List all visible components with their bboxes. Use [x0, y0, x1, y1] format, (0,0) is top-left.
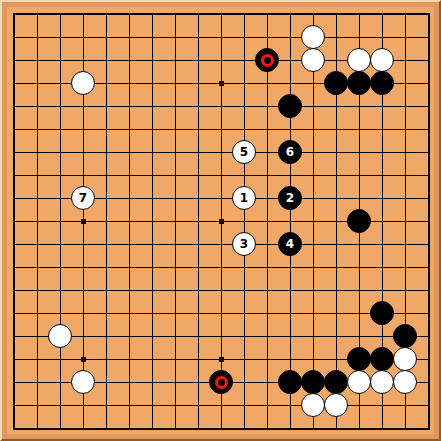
- move-number: 2: [286, 192, 294, 204]
- board-point: [417, 141, 440, 164]
- move-number: 3: [240, 238, 248, 250]
- circle-marker: [261, 54, 274, 67]
- board-point: [325, 302, 348, 325]
- move-number: 1: [240, 192, 248, 204]
- board-point: [118, 49, 141, 72]
- board-point: [26, 26, 49, 49]
- black-stone: [347, 209, 371, 233]
- board-point: [417, 394, 440, 417]
- board-point: 5: [233, 141, 256, 164]
- board-point: [325, 279, 348, 302]
- board-point: [348, 417, 371, 440]
- board-point: [49, 279, 72, 302]
- board-point: [187, 26, 210, 49]
- board-point: [26, 210, 49, 233]
- board-point: [302, 256, 325, 279]
- board-point: [141, 187, 164, 210]
- board-point: [118, 256, 141, 279]
- board-point: [164, 95, 187, 118]
- board-point: [118, 233, 141, 256]
- board-point: [118, 118, 141, 141]
- board-point: [187, 325, 210, 348]
- board-point: [164, 394, 187, 417]
- board-point: [49, 348, 72, 371]
- board-point: [233, 256, 256, 279]
- board-point: [302, 187, 325, 210]
- board-point: [371, 187, 394, 210]
- board-point: [325, 417, 348, 440]
- board-point: [371, 256, 394, 279]
- board-point: [72, 394, 95, 417]
- board-point: [26, 141, 49, 164]
- go-board: 5671234: [0, 0, 441, 441]
- board-point: [3, 3, 26, 26]
- board-point: [279, 256, 302, 279]
- board-point: [118, 3, 141, 26]
- board-point: [279, 118, 302, 141]
- board-point: [26, 279, 49, 302]
- board-point: [95, 164, 118, 187]
- board-point: [72, 256, 95, 279]
- board-point: [210, 187, 233, 210]
- board-point: [325, 233, 348, 256]
- board-point: [49, 26, 72, 49]
- board-point: [49, 233, 72, 256]
- board-point: [417, 3, 440, 26]
- white-stone: [301, 48, 325, 72]
- board-point: [141, 256, 164, 279]
- board-point: [256, 3, 279, 26]
- board-point: 7: [72, 187, 95, 210]
- board-point: [279, 72, 302, 95]
- board-point: [371, 49, 394, 72]
- board-point: [256, 325, 279, 348]
- board-point: [3, 256, 26, 279]
- board-point: [371, 164, 394, 187]
- board-point: [394, 26, 417, 49]
- board-point: [3, 95, 26, 118]
- board-point: [26, 256, 49, 279]
- board-point: [72, 26, 95, 49]
- board-point: [325, 210, 348, 233]
- board-point: [141, 302, 164, 325]
- board-point: [279, 394, 302, 417]
- board-point: [325, 3, 348, 26]
- board-point: [164, 348, 187, 371]
- board-point: [256, 26, 279, 49]
- board-point: [302, 118, 325, 141]
- board-point: [371, 72, 394, 95]
- board-point: [141, 233, 164, 256]
- board-point: [348, 72, 371, 95]
- board-point: [187, 3, 210, 26]
- board-point: [233, 210, 256, 233]
- black-stone: [255, 48, 279, 72]
- board-point: [95, 371, 118, 394]
- board-point: 2: [279, 187, 302, 210]
- board-point: [95, 26, 118, 49]
- board-point: [3, 417, 26, 440]
- board-point: [3, 233, 26, 256]
- board-point: [256, 210, 279, 233]
- black-stone: [370, 71, 394, 95]
- board-point: [302, 302, 325, 325]
- board-point: [141, 417, 164, 440]
- board-point: [164, 417, 187, 440]
- board-point: [49, 72, 72, 95]
- board-point: [394, 256, 417, 279]
- board-point: [49, 118, 72, 141]
- board-point: [164, 3, 187, 26]
- board-face: 5671234: [7, 7, 434, 434]
- board-point: [371, 325, 394, 348]
- board-point: [256, 394, 279, 417]
- star-point: [219, 357, 224, 362]
- board-point: [302, 3, 325, 26]
- black-stone: 6: [278, 140, 302, 164]
- board-point: [325, 187, 348, 210]
- board-point: [233, 72, 256, 95]
- board-point: [141, 210, 164, 233]
- board-point: [417, 233, 440, 256]
- board-point: [141, 348, 164, 371]
- board-point: [394, 187, 417, 210]
- board-point: [3, 371, 26, 394]
- board-point: [187, 95, 210, 118]
- board-point: [187, 371, 210, 394]
- board-point: [26, 233, 49, 256]
- board-point: [72, 302, 95, 325]
- board-point: [49, 49, 72, 72]
- move-number: 4: [286, 238, 294, 250]
- board-point: [118, 417, 141, 440]
- board-point: [325, 325, 348, 348]
- board-point: [394, 325, 417, 348]
- black-stone: 4: [278, 232, 302, 256]
- board-point: [95, 279, 118, 302]
- white-stone: [347, 370, 371, 394]
- board-point: [26, 118, 49, 141]
- board-point: [348, 187, 371, 210]
- star-point: [81, 357, 86, 362]
- board-point: [26, 72, 49, 95]
- black-stone: [393, 324, 417, 348]
- board-point: [417, 302, 440, 325]
- board-point: [72, 279, 95, 302]
- board-point: [279, 26, 302, 49]
- board-point: [279, 279, 302, 302]
- board-point: [49, 3, 72, 26]
- board-point: [187, 72, 210, 95]
- board-point: [210, 233, 233, 256]
- board-point: [210, 72, 233, 95]
- board-point: [256, 256, 279, 279]
- board-point: [118, 141, 141, 164]
- board-point: [164, 256, 187, 279]
- board-point: [49, 417, 72, 440]
- board-point: [72, 348, 95, 371]
- board-point: [325, 72, 348, 95]
- board-point: [141, 3, 164, 26]
- board-point: [417, 256, 440, 279]
- move-number: 5: [240, 146, 248, 158]
- board-point: [348, 26, 371, 49]
- board-point: [394, 72, 417, 95]
- board-point: [164, 371, 187, 394]
- board-point: [118, 72, 141, 95]
- board-point: [210, 302, 233, 325]
- board-point: [371, 348, 394, 371]
- board-point: [95, 3, 118, 26]
- board-point: [302, 371, 325, 394]
- move-number: 7: [79, 192, 87, 204]
- board-point: [371, 371, 394, 394]
- board-point: [348, 256, 371, 279]
- board-point: [279, 302, 302, 325]
- board-point: [187, 279, 210, 302]
- board-point: [256, 302, 279, 325]
- board-point: [394, 118, 417, 141]
- board-point: [279, 371, 302, 394]
- board-point: 4: [279, 233, 302, 256]
- board-point: [256, 164, 279, 187]
- star-point: [81, 219, 86, 224]
- board-point: [233, 26, 256, 49]
- board-point: [233, 279, 256, 302]
- board-point: [256, 348, 279, 371]
- board-point: [49, 164, 72, 187]
- board-point: [95, 72, 118, 95]
- board-point: [72, 95, 95, 118]
- board-point: [302, 394, 325, 417]
- board-point: [371, 417, 394, 440]
- board-point: [118, 164, 141, 187]
- board-point: [141, 95, 164, 118]
- board-point: [72, 3, 95, 26]
- board-point: [187, 256, 210, 279]
- black-stone: [209, 370, 233, 394]
- white-stone: [301, 393, 325, 417]
- board-point: [72, 417, 95, 440]
- board-point: [233, 417, 256, 440]
- board-point: [348, 49, 371, 72]
- board-point: [118, 95, 141, 118]
- board-point: [26, 95, 49, 118]
- board-point: [417, 118, 440, 141]
- board-point: [118, 325, 141, 348]
- board-point: [417, 325, 440, 348]
- board-point: [210, 417, 233, 440]
- board-point: [279, 49, 302, 72]
- white-stone: [71, 370, 95, 394]
- board-point: [371, 26, 394, 49]
- board-point: [348, 233, 371, 256]
- board-point: [3, 49, 26, 72]
- board-point: [95, 302, 118, 325]
- board-point: [141, 325, 164, 348]
- board-point: [72, 72, 95, 95]
- board-point: [49, 394, 72, 417]
- board-point: [72, 49, 95, 72]
- board-point: [348, 394, 371, 417]
- board-point: [325, 256, 348, 279]
- board-point: [279, 164, 302, 187]
- board-point: [256, 49, 279, 72]
- move-number: 6: [286, 146, 294, 158]
- board-point: [417, 95, 440, 118]
- board-point: [371, 210, 394, 233]
- board-point: 1: [233, 187, 256, 210]
- black-stone: [347, 347, 371, 371]
- black-stone: [278, 370, 302, 394]
- board-point: [72, 233, 95, 256]
- white-stone: 3: [232, 232, 256, 256]
- board-point: [164, 302, 187, 325]
- black-stone: 2: [278, 186, 302, 210]
- board-point: [3, 210, 26, 233]
- board-point: [49, 256, 72, 279]
- board-point: [3, 348, 26, 371]
- board-point: [187, 302, 210, 325]
- black-stone: [278, 94, 302, 118]
- board-point: [164, 72, 187, 95]
- board-point: [187, 233, 210, 256]
- board-point: [348, 118, 371, 141]
- board-point: [26, 3, 49, 26]
- board-point: [187, 141, 210, 164]
- board-point: [256, 233, 279, 256]
- board-point: [417, 417, 440, 440]
- board-point: [348, 325, 371, 348]
- board-point: [118, 302, 141, 325]
- board-point: [417, 72, 440, 95]
- board-point: [417, 164, 440, 187]
- board-point: [164, 49, 187, 72]
- board-point: [233, 95, 256, 118]
- board-point: [187, 49, 210, 72]
- board-point: [302, 210, 325, 233]
- board-point: [279, 210, 302, 233]
- white-stone: [393, 370, 417, 394]
- board-point: [164, 187, 187, 210]
- board-point: [348, 95, 371, 118]
- board-point: [417, 371, 440, 394]
- board-point: [394, 233, 417, 256]
- board-point: [3, 164, 26, 187]
- board-point: [187, 210, 210, 233]
- board-point: [256, 72, 279, 95]
- board-point: [394, 141, 417, 164]
- board-point: [72, 210, 95, 233]
- board-point: [417, 210, 440, 233]
- board-point: [26, 371, 49, 394]
- board-point: [164, 164, 187, 187]
- star-point: [219, 219, 224, 224]
- white-stone: [370, 370, 394, 394]
- board-point: [302, 26, 325, 49]
- board-point: [302, 49, 325, 72]
- board-point: [95, 256, 118, 279]
- board-point: [95, 49, 118, 72]
- black-stone: [301, 370, 325, 394]
- board-grid: 5671234: [3, 3, 440, 440]
- board-point: [279, 95, 302, 118]
- board-point: [210, 348, 233, 371]
- board-point: [210, 164, 233, 187]
- board-point: [279, 417, 302, 440]
- board-point: [187, 348, 210, 371]
- board-point: [72, 371, 95, 394]
- circle-marker: [215, 376, 228, 389]
- board-point: [417, 26, 440, 49]
- board-point: [394, 210, 417, 233]
- board-point: [26, 164, 49, 187]
- board-point: [141, 26, 164, 49]
- board-point: [49, 302, 72, 325]
- board-point: [118, 279, 141, 302]
- board-point: [371, 302, 394, 325]
- white-stone: 1: [232, 186, 256, 210]
- white-stone: [370, 48, 394, 72]
- board-point: [233, 348, 256, 371]
- board-point: [325, 118, 348, 141]
- board-point: [394, 3, 417, 26]
- board-point: [26, 325, 49, 348]
- board-point: [256, 187, 279, 210]
- board-point: [164, 26, 187, 49]
- white-stone: [347, 48, 371, 72]
- board-point: [256, 417, 279, 440]
- board-point: [371, 141, 394, 164]
- board-point: [95, 141, 118, 164]
- board-point: [371, 95, 394, 118]
- board-point: [394, 49, 417, 72]
- white-stone: [393, 347, 417, 371]
- white-stone: [324, 393, 348, 417]
- black-stone: [370, 347, 394, 371]
- board-point: [95, 348, 118, 371]
- board-point: [164, 210, 187, 233]
- board-point: [95, 325, 118, 348]
- board-point: [118, 187, 141, 210]
- board-point: [26, 348, 49, 371]
- board-point: [49, 325, 72, 348]
- board-point: [26, 394, 49, 417]
- board-point: [164, 118, 187, 141]
- board-point: [371, 118, 394, 141]
- board-point: 3: [233, 233, 256, 256]
- board-point: [371, 3, 394, 26]
- board-point: [417, 187, 440, 210]
- board-point: [141, 49, 164, 72]
- board-point: [256, 141, 279, 164]
- board-point: [302, 325, 325, 348]
- board-point: [279, 3, 302, 26]
- board-point: [371, 233, 394, 256]
- board-point: [233, 49, 256, 72]
- board-point: [210, 371, 233, 394]
- board-point: [371, 279, 394, 302]
- board-point: [72, 325, 95, 348]
- board-point: [3, 26, 26, 49]
- board-point: [394, 348, 417, 371]
- board-point: [302, 348, 325, 371]
- black-stone: [347, 71, 371, 95]
- board-point: [325, 49, 348, 72]
- board-point: [394, 394, 417, 417]
- board-point: [3, 325, 26, 348]
- white-stone: [48, 324, 72, 348]
